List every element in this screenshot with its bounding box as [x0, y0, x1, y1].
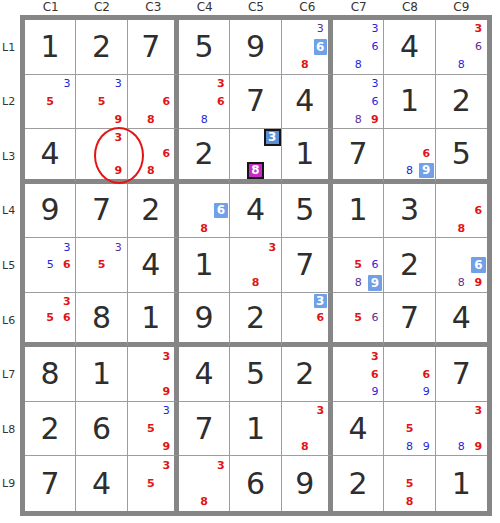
- candidate-6[interactable]: 6: [159, 92, 174, 110]
- cell-L7C5[interactable]: 5: [230, 347, 281, 402]
- big-digit: 2: [41, 414, 60, 444]
- candidate-grid: 389: [436, 402, 487, 456]
- cell-L9C3[interactable]: 35: [128, 456, 179, 511]
- cell-L6C2[interactable]: 8: [76, 293, 127, 348]
- cell-L7C7[interactable]: 369: [333, 347, 384, 402]
- cell-L5C3[interactable]: 4: [128, 238, 179, 293]
- big-digit: 6: [246, 469, 265, 499]
- candidate-6[interactable]: 6: [313, 309, 328, 326]
- cell-L9C2[interactable]: 4: [76, 456, 127, 511]
- candidate-3[interactable]: 3: [367, 75, 384, 93]
- row-label-L2: L2: [0, 75, 20, 130]
- big-digit: 1: [141, 303, 160, 333]
- cell-L4C3[interactable]: 2: [128, 184, 179, 239]
- candidate-3[interactable]: 3: [313, 402, 328, 420]
- col-label-C8: C8: [384, 0, 435, 15]
- big-digit: 7: [295, 250, 314, 280]
- col-label-C7: C7: [333, 0, 384, 15]
- cell-L4C4[interactable]: 68: [179, 184, 230, 239]
- cell-L1C3[interactable]: 7: [128, 20, 179, 75]
- candidate-grid: 38: [179, 456, 229, 511]
- cell-L3C7[interactable]: 7: [333, 129, 384, 184]
- col-label-C6: C6: [282, 0, 333, 15]
- candidate-grid: 368: [282, 20, 328, 74]
- big-digit: 2: [92, 32, 111, 62]
- candidate-3[interactable]: 3: [59, 75, 76, 93]
- cell-L6C4[interactable]: 9: [179, 293, 230, 348]
- candidate-5[interactable]: 5: [401, 420, 418, 438]
- cell-L4C7[interactable]: 1: [333, 184, 384, 239]
- big-digit: 4: [195, 359, 214, 389]
- big-digit: 8: [41, 359, 60, 389]
- candidate-6[interactable]: 6: [470, 38, 487, 56]
- cell-L1C5[interactable]: 9: [230, 20, 281, 75]
- candidate-5[interactable]: 5: [350, 309, 367, 326]
- cell-L4C9[interactable]: 68: [436, 184, 487, 239]
- candidate-grid: 689: [436, 238, 487, 292]
- candidate-6[interactable]: 6: [367, 256, 384, 274]
- big-digit: 2: [400, 250, 419, 280]
- candidate-grid: 38: [230, 238, 280, 292]
- big-digit: 7: [195, 414, 214, 444]
- candidate-grid: 589: [384, 402, 434, 456]
- candidate-grid: 35: [25, 75, 75, 129]
- col-label-C9: C9: [436, 0, 487, 15]
- cell-L4C2[interactable]: 7: [76, 184, 127, 239]
- candidate-grid: 69: [384, 347, 434, 401]
- col-label-C5: C5: [230, 0, 281, 15]
- big-digit: 2: [195, 139, 214, 169]
- candidate-5[interactable]: 5: [350, 256, 367, 274]
- cell-L9C7[interactable]: 2: [333, 456, 384, 511]
- candidate-9[interactable]: 9: [159, 438, 174, 456]
- candidate-6[interactable]: 6: [59, 309, 76, 326]
- candidate-grid: 356: [25, 293, 75, 343]
- candidate-grid: 35: [128, 456, 174, 511]
- candidate-5[interactable]: 5: [93, 256, 110, 274]
- candidate-5[interactable]: 5: [401, 475, 418, 493]
- candidate-3[interactable]: 3: [59, 238, 76, 256]
- candidate-grid: 689: [384, 129, 434, 179]
- candidate-6[interactable]: 6: [367, 365, 384, 383]
- cell-L5C4[interactable]: 1: [179, 238, 230, 293]
- col-label-C2: C2: [76, 0, 127, 15]
- column-labels: C1C2C3C4C5C6C7C8C9: [25, 0, 487, 15]
- cell-L6C3[interactable]: 1: [128, 293, 179, 348]
- candidate-8[interactable]: 8: [196, 493, 213, 511]
- candidate-grid: 35: [76, 238, 126, 292]
- cell-L3C9[interactable]: 5: [436, 129, 487, 184]
- cell-L1C8[interactable]: 4: [384, 20, 435, 75]
- cell-L3C2[interactable]: 39: [76, 129, 127, 184]
- big-digit: 4: [400, 32, 419, 62]
- candidate-5[interactable]: 5: [42, 256, 59, 274]
- candidate-5[interactable]: 5: [143, 420, 158, 438]
- cell-L3C1[interactable]: 4: [25, 129, 76, 184]
- candidate-8[interactable]: 8: [350, 56, 367, 74]
- big-digit: 7: [349, 139, 368, 169]
- big-digit: 7: [41, 469, 60, 499]
- candidate-grid: 5689: [333, 238, 383, 292]
- candidate-9[interactable]: 9: [418, 438, 435, 456]
- candidate-9[interactable]: 9: [418, 383, 435, 401]
- candidate-6[interactable]: 6: [367, 38, 384, 56]
- cell-L8C6[interactable]: 38: [282, 402, 333, 457]
- candidate-6[interactable]: 6: [470, 202, 487, 220]
- cell-L7C1[interactable]: 8: [25, 347, 76, 402]
- cell-L4C1[interactable]: 9: [25, 184, 76, 239]
- candidate-8[interactable]: 8: [196, 110, 213, 128]
- cell-L5C2[interactable]: 35: [76, 238, 127, 293]
- candidate-8[interactable]: 8: [143, 110, 158, 128]
- cell-L9C1[interactable]: 7: [25, 456, 76, 511]
- candidate-grid: 369: [333, 347, 383, 401]
- big-digit: 7: [400, 303, 419, 333]
- candidate-5[interactable]: 5: [42, 92, 59, 110]
- big-digit: 1: [41, 32, 60, 62]
- cell-L9C4[interactable]: 38: [179, 456, 230, 511]
- candidate-grid: 356: [25, 238, 75, 292]
- cell-L9C9[interactable]: 1: [436, 456, 487, 511]
- candidate-6[interactable]: 6: [418, 365, 435, 383]
- candidate-8[interactable]: 8: [401, 162, 418, 179]
- candidate-9[interactable]: 9: [470, 438, 487, 456]
- candidate-6[interactable]: 6: [159, 146, 174, 163]
- cell-L7C8[interactable]: 69: [384, 347, 435, 402]
- cell-L2C9[interactable]: 2: [436, 75, 487, 130]
- candidate-8[interactable]: 8: [143, 162, 158, 179]
- cell-L5C8[interactable]: 2: [384, 238, 435, 293]
- candidate-grid: 58: [384, 456, 434, 511]
- cell-L3C8[interactable]: 689: [384, 129, 435, 184]
- candidate-3[interactable]: 3: [470, 20, 487, 38]
- cell-L5C1[interactable]: 356: [25, 238, 76, 293]
- col-label-C3: C3: [128, 0, 179, 15]
- row-label-L5: L5: [0, 238, 20, 293]
- big-digit: 5: [246, 359, 265, 389]
- col-label-C4: C4: [179, 0, 230, 15]
- row-label-L6: L6: [0, 293, 20, 348]
- cell-L9C5[interactable]: 6: [230, 456, 281, 511]
- cell-L2C5[interactable]: 7: [230, 75, 281, 130]
- row-label-L9: L9: [0, 456, 20, 511]
- candidate-grid: 3689: [333, 75, 383, 129]
- candidate-8[interactable]: 8: [247, 162, 264, 179]
- candidate-grid: 359: [76, 75, 126, 129]
- big-digit: 2: [141, 195, 160, 225]
- cell-L6C6[interactable]: 36: [282, 293, 333, 348]
- cell-L1C9[interactable]: 368: [436, 20, 487, 75]
- candidate-3[interactable]: 3: [110, 129, 127, 146]
- candidate-6[interactable]: 6: [213, 92, 230, 110]
- big-digit: 1: [195, 250, 214, 280]
- candidate-8[interactable]: 8: [297, 56, 312, 74]
- candidate-8[interactable]: 8: [350, 110, 367, 128]
- candidate-3[interactable]: 3: [59, 293, 76, 310]
- candidate-8[interactable]: 8: [453, 56, 470, 74]
- candidate-6[interactable]: 6: [367, 92, 384, 110]
- cell-L3C3[interactable]: 68: [128, 129, 179, 184]
- candidate-9[interactable]: 9: [367, 383, 384, 401]
- row-label-L8: L8: [0, 402, 20, 457]
- big-digit: 4: [141, 250, 160, 280]
- cell-L9C6[interactable]: 9: [282, 456, 333, 511]
- cell-L1C7[interactable]: 368: [333, 20, 384, 75]
- candidate-3[interactable]: 3: [264, 238, 281, 256]
- big-digit: 5: [452, 139, 471, 169]
- row-labels: L1L2L3L4L5L6L7L8L9: [0, 20, 20, 511]
- col-label-C1: C1: [25, 0, 76, 15]
- cell-L5C6[interactable]: 7: [282, 238, 333, 293]
- big-digit: 5: [295, 195, 314, 225]
- candidate-3[interactable]: 3: [110, 75, 127, 93]
- candidate-9[interactable]: 9: [159, 383, 174, 401]
- candidate-9[interactable]: 9: [419, 163, 434, 178]
- candidate-3[interactable]: 3: [264, 129, 281, 146]
- candidate-grid: 368: [333, 20, 383, 74]
- cell-L2C2[interactable]: 359: [76, 75, 127, 130]
- candidate-3[interactable]: 3: [213, 75, 230, 93]
- cell-L8C2[interactable]: 6: [76, 402, 127, 457]
- cell-L6C8[interactable]: 7: [384, 293, 435, 348]
- cell-L8C5[interactable]: 1: [230, 402, 281, 457]
- candidate-3[interactable]: 3: [367, 20, 384, 38]
- candidate-5[interactable]: 5: [93, 92, 110, 110]
- candidate-9[interactable]: 9: [368, 275, 383, 291]
- cell-L2C3[interactable]: 68: [128, 75, 179, 130]
- candidate-3[interactable]: 3: [159, 347, 174, 365]
- big-digit: 4: [349, 414, 368, 444]
- candidate-grid: 368: [436, 20, 487, 74]
- cell-L5C5[interactable]: 38: [230, 238, 281, 293]
- candidate-8[interactable]: 8: [453, 438, 470, 456]
- candidate-8[interactable]: 8: [401, 493, 418, 511]
- cell-L1C1[interactable]: 1: [25, 20, 76, 75]
- big-digit: 7: [92, 195, 111, 225]
- cell-L1C4[interactable]: 5: [179, 20, 230, 75]
- cell-L8C3[interactable]: 359: [128, 402, 179, 457]
- candidate-9[interactable]: 9: [110, 110, 127, 128]
- cell-L2C7[interactable]: 3689: [333, 75, 384, 130]
- candidate-5[interactable]: 5: [42, 309, 59, 326]
- candidate-3[interactable]: 3: [159, 456, 174, 474]
- candidate-grid: 68: [179, 184, 229, 238]
- candidate-8[interactable]: 8: [196, 219, 213, 237]
- candidate-6[interactable]: 6: [214, 203, 229, 219]
- candidate-9[interactable]: 9: [110, 162, 127, 179]
- big-digit: 6: [92, 414, 111, 444]
- candidate-grid: 36: [282, 293, 328, 343]
- candidate-6[interactable]: 6: [471, 257, 486, 273]
- candidate-9[interactable]: 9: [470, 274, 487, 292]
- cell-L5C9[interactable]: 689: [436, 238, 487, 293]
- big-digit: 2: [295, 359, 314, 389]
- big-digit: 2: [349, 469, 368, 499]
- cell-L1C6[interactable]: 368: [282, 20, 333, 75]
- candidate-grid: 39: [128, 347, 174, 401]
- big-digit: 1: [349, 195, 368, 225]
- candidate-3[interactable]: 3: [314, 294, 327, 309]
- cell-L8C8[interactable]: 589: [384, 402, 435, 457]
- candidate-3[interactable]: 3: [313, 20, 328, 38]
- candidate-grid: 38: [230, 129, 280, 179]
- big-digit: 9: [246, 32, 265, 62]
- sudoku-board: 1275936836843683535968368743689124396823…: [20, 15, 492, 516]
- candidate-8[interactable]: 8: [453, 274, 470, 292]
- big-digit: 5: [195, 32, 214, 62]
- candidate-3[interactable]: 3: [213, 456, 230, 474]
- candidate-8[interactable]: 8: [401, 438, 418, 456]
- cell-L7C6[interactable]: 2: [282, 347, 333, 402]
- cell-L4C6[interactable]: 5: [282, 184, 333, 239]
- cell-L2C1[interactable]: 35: [25, 75, 76, 130]
- candidate-3[interactable]: 3: [470, 402, 487, 420]
- cell-L2C8[interactable]: 1: [384, 75, 435, 130]
- cell-L2C4[interactable]: 368: [179, 75, 230, 130]
- big-digit: 8: [92, 303, 111, 333]
- row-label-L4: L4: [0, 184, 20, 239]
- big-digit: 9: [41, 195, 60, 225]
- candidate-grid: 56: [333, 293, 383, 343]
- big-digit: 9: [195, 303, 214, 333]
- big-digit: 1: [452, 469, 471, 499]
- candidate-3[interactable]: 3: [367, 347, 384, 365]
- candidate-8[interactable]: 8: [247, 274, 264, 292]
- big-digit: 2: [452, 86, 471, 116]
- candidate-grid: 68: [436, 184, 487, 238]
- candidate-3[interactable]: 3: [159, 402, 174, 420]
- cell-L6C1[interactable]: 356: [25, 293, 76, 348]
- cell-L4C8[interactable]: 3: [384, 184, 435, 239]
- big-digit: 2: [246, 303, 265, 333]
- row-label-L3: L3: [0, 129, 20, 184]
- cell-L7C3[interactable]: 39: [128, 347, 179, 402]
- big-digit: 4: [452, 303, 471, 333]
- big-digit: 7: [141, 32, 160, 62]
- big-digit: 4: [295, 86, 314, 116]
- cell-L8C9[interactable]: 389: [436, 402, 487, 457]
- cell-L3C4[interactable]: 2: [179, 129, 230, 184]
- big-digit: 1: [246, 414, 265, 444]
- candidate-6[interactable]: 6: [59, 256, 76, 274]
- big-digit: 3: [400, 195, 419, 225]
- cell-L8C7[interactable]: 4: [333, 402, 384, 457]
- candidate-8[interactable]: 8: [297, 438, 312, 456]
- cell-L3C6[interactable]: 1: [282, 129, 333, 184]
- candidate-3[interactable]: 3: [110, 238, 127, 256]
- cell-L9C8[interactable]: 58: [384, 456, 435, 511]
- row-label-L1: L1: [0, 20, 20, 75]
- cell-L6C5[interactable]: 2: [230, 293, 281, 348]
- big-digit: 1: [92, 359, 111, 389]
- big-digit: 4: [41, 139, 60, 169]
- cell-L1C2[interactable]: 2: [76, 20, 127, 75]
- candidate-9[interactable]: 9: [367, 110, 384, 128]
- cell-L3C5[interactable]: 38: [230, 129, 281, 184]
- cell-L7C4[interactable]: 4: [179, 347, 230, 402]
- big-digit: 4: [246, 195, 265, 225]
- cell-L6C9[interactable]: 4: [436, 293, 487, 348]
- big-digit: 7: [452, 359, 471, 389]
- big-digit: 9: [295, 469, 314, 499]
- cell-L7C9[interactable]: 7: [436, 347, 487, 402]
- big-digit: 7: [246, 86, 265, 116]
- candidate-6[interactable]: 6: [418, 146, 435, 163]
- candidate-6[interactable]: 6: [367, 309, 384, 326]
- candidate-8[interactable]: 8: [350, 274, 367, 292]
- candidate-grid: 368: [179, 75, 229, 129]
- candidate-8[interactable]: 8: [453, 219, 470, 237]
- big-digit: 1: [400, 86, 419, 116]
- cell-L4C5[interactable]: 4: [230, 184, 281, 239]
- cell-L2C6[interactable]: 4: [282, 75, 333, 130]
- candidate-grid: 68: [128, 75, 174, 129]
- candidate-grid: 39: [76, 129, 126, 179]
- cell-L8C4[interactable]: 7: [179, 402, 230, 457]
- candidate-grid: 38: [282, 402, 328, 456]
- big-digit: 4: [92, 469, 111, 499]
- cell-L5C7[interactable]: 5689: [333, 238, 384, 293]
- cell-L6C7[interactable]: 56: [333, 293, 384, 348]
- cell-L7C2[interactable]: 1: [76, 347, 127, 402]
- big-digit: 1: [295, 139, 314, 169]
- candidate-5[interactable]: 5: [143, 475, 158, 493]
- candidate-grid: 68: [128, 129, 174, 179]
- row-label-L7: L7: [0, 347, 20, 402]
- candidate-6[interactable]: 6: [314, 39, 327, 55]
- candidate-grid: 359: [128, 402, 174, 456]
- cell-L8C1[interactable]: 2: [25, 402, 76, 457]
